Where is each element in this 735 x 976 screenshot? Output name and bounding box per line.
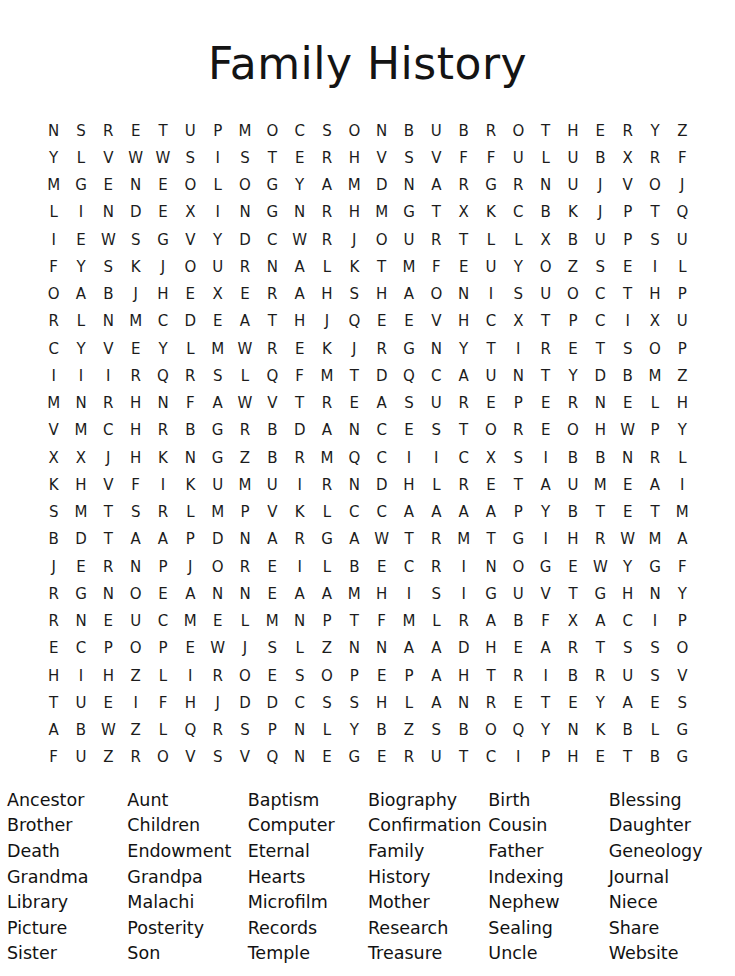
grid-cell[interactable]: D [231,226,258,253]
grid-cell[interactable]: J [341,335,368,362]
grid-cell[interactable]: B [614,362,641,389]
grid-cell[interactable]: L [423,608,450,635]
grid-cell[interactable]: Z [395,717,422,744]
grid-cell[interactable]: T [286,390,313,417]
grid-cell[interactable]: R [40,308,67,335]
grid-cell[interactable]: R [450,471,477,498]
grid-cell[interactable]: E [395,308,422,335]
grid-cell[interactable]: E [587,744,614,771]
grid-cell[interactable]: A [477,608,504,635]
grid-cell[interactable]: L [67,144,94,171]
grid-cell[interactable]: C [477,308,504,335]
grid-cell[interactable]: H [614,580,641,607]
grid-cell[interactable]: E [122,117,149,144]
grid-cell[interactable]: P [341,662,368,689]
grid-cell[interactable]: M [587,471,614,498]
grid-cell[interactable]: U [423,390,450,417]
grid-cell[interactable]: T [532,689,559,716]
grid-cell[interactable]: Z [313,635,340,662]
grid-cell[interactable]: A [313,417,340,444]
grid-cell[interactable]: I [532,662,559,689]
grid-cell[interactable]: C [423,362,450,389]
grid-cell[interactable]: A [149,526,176,553]
grid-cell[interactable]: I [177,662,204,689]
grid-cell[interactable]: P [231,499,258,526]
grid-cell[interactable]: R [259,281,286,308]
grid-cell[interactable]: K [313,335,340,362]
grid-cell[interactable]: N [259,253,286,280]
grid-cell[interactable]: S [587,253,614,280]
grid-cell[interactable]: U [614,662,641,689]
grid-cell[interactable]: M [122,308,149,335]
grid-cell[interactable]: A [669,526,696,553]
grid-cell[interactable]: S [286,662,313,689]
grid-cell[interactable]: C [259,226,286,253]
grid-cell[interactable]: O [559,417,586,444]
grid-cell[interactable]: G [532,553,559,580]
grid-cell[interactable]: R [95,390,122,417]
grid-cell[interactable]: R [477,689,504,716]
grid-cell[interactable]: N [231,199,258,226]
grid-cell[interactable]: Z [669,362,696,389]
grid-cell[interactable]: J [204,689,231,716]
grid-cell[interactable]: A [368,390,395,417]
grid-cell[interactable]: O [149,744,176,771]
grid-cell[interactable]: E [505,689,532,716]
grid-cell[interactable]: F [532,608,559,635]
grid-cell[interactable]: N [67,608,94,635]
grid-cell[interactable]: S [423,717,450,744]
grid-cell[interactable]: M [341,172,368,199]
grid-cell[interactable]: P [614,199,641,226]
grid-cell[interactable]: P [641,417,668,444]
grid-cell[interactable]: U [559,172,586,199]
grid-cell[interactable]: S [641,226,668,253]
grid-cell[interactable]: S [505,444,532,471]
grid-cell[interactable]: O [313,662,340,689]
grid-cell[interactable]: R [313,199,340,226]
grid-cell[interactable]: F [477,144,504,171]
grid-cell[interactable]: R [559,390,586,417]
grid-cell[interactable]: U [67,744,94,771]
grid-cell[interactable]: E [95,689,122,716]
grid-cell[interactable]: U [423,744,450,771]
grid-cell[interactable]: Z [559,253,586,280]
grid-cell[interactable]: M [204,499,231,526]
grid-cell[interactable]: V [614,172,641,199]
grid-cell[interactable]: D [368,362,395,389]
grid-cell[interactable]: Y [40,144,67,171]
grid-cell[interactable]: Y [286,172,313,199]
grid-cell[interactable]: E [559,335,586,362]
grid-cell[interactable]: M [40,172,67,199]
grid-cell[interactable]: B [559,499,586,526]
grid-cell[interactable]: P [614,226,641,253]
grid-cell[interactable]: Z [231,444,258,471]
grid-cell[interactable]: O [559,281,586,308]
grid-cell[interactable]: B [450,717,477,744]
grid-cell[interactable]: G [669,744,696,771]
grid-cell[interactable]: L [231,608,258,635]
grid-cell[interactable]: M [395,608,422,635]
grid-cell[interactable]: W [149,144,176,171]
grid-cell[interactable]: A [423,172,450,199]
grid-cell[interactable]: I [204,144,231,171]
grid-cell[interactable]: R [423,526,450,553]
grid-cell[interactable]: H [286,308,313,335]
grid-cell[interactable]: S [395,144,422,171]
grid-cell[interactable]: L [313,717,340,744]
grid-cell[interactable]: M [204,335,231,362]
grid-cell[interactable]: I [67,199,94,226]
grid-cell[interactable]: P [532,744,559,771]
grid-cell[interactable]: T [587,499,614,526]
grid-cell[interactable]: R [641,144,668,171]
grid-cell[interactable]: M [231,471,258,498]
grid-cell[interactable]: R [40,580,67,607]
grid-cell[interactable]: N [450,281,477,308]
grid-cell[interactable]: S [95,253,122,280]
grid-cell[interactable]: O [231,662,258,689]
grid-cell[interactable]: V [368,144,395,171]
grid-cell[interactable]: R [286,526,313,553]
grid-cell[interactable]: B [259,444,286,471]
grid-cell[interactable]: I [67,362,94,389]
grid-cell[interactable]: A [587,608,614,635]
grid-cell[interactable]: E [286,144,313,171]
grid-cell[interactable]: N [204,580,231,607]
grid-cell[interactable]: B [559,662,586,689]
grid-cell[interactable]: N [559,717,586,744]
grid-cell[interactable]: G [505,526,532,553]
grid-cell[interactable]: Y [559,362,586,389]
grid-cell[interactable]: G [67,172,94,199]
grid-cell[interactable]: U [532,281,559,308]
grid-cell[interactable]: N [286,717,313,744]
grid-cell[interactable]: L [532,144,559,171]
grid-cell[interactable]: H [149,281,176,308]
grid-cell[interactable]: M [669,499,696,526]
grid-cell[interactable]: T [450,744,477,771]
grid-cell[interactable]: N [231,580,258,607]
grid-cell[interactable]: S [177,144,204,171]
grid-cell[interactable]: B [559,444,586,471]
grid-cell[interactable]: C [614,608,641,635]
grid-cell[interactable]: B [177,417,204,444]
grid-cell[interactable]: T [423,199,450,226]
grid-cell[interactable]: K [477,199,504,226]
grid-cell[interactable]: B [614,717,641,744]
grid-cell[interactable]: I [505,335,532,362]
grid-cell[interactable]: B [641,744,668,771]
grid-cell[interactable]: E [532,417,559,444]
grid-cell[interactable]: R [40,608,67,635]
grid-cell[interactable]: T [641,199,668,226]
grid-cell[interactable]: J [95,444,122,471]
grid-cell[interactable]: Z [669,117,696,144]
grid-cell[interactable]: V [423,308,450,335]
grid-cell[interactable]: T [368,253,395,280]
grid-cell[interactable]: T [559,580,586,607]
grid-cell[interactable]: R [532,335,559,362]
grid-cell[interactable]: Q [177,717,204,744]
grid-cell[interactable]: V [95,144,122,171]
grid-cell[interactable]: E [614,390,641,417]
grid-cell[interactable]: V [532,580,559,607]
grid-cell[interactable]: C [149,608,176,635]
grid-cell[interactable]: B [395,117,422,144]
grid-cell[interactable]: I [40,226,67,253]
grid-cell[interactable]: F [286,362,313,389]
grid-cell[interactable]: S [231,717,258,744]
grid-cell[interactable]: L [395,689,422,716]
grid-cell[interactable]: Z [95,744,122,771]
grid-cell[interactable]: T [477,335,504,362]
grid-cell[interactable]: C [67,635,94,662]
grid-cell[interactable]: U [67,689,94,716]
grid-cell[interactable]: N [40,117,67,144]
grid-cell[interactable]: Q [341,308,368,335]
grid-cell[interactable]: U [177,117,204,144]
grid-cell[interactable]: U [477,253,504,280]
grid-cell[interactable]: N [95,308,122,335]
grid-cell[interactable]: R [559,635,586,662]
grid-cell[interactable]: X [477,444,504,471]
grid-cell[interactable]: B [67,717,94,744]
grid-cell[interactable]: L [204,172,231,199]
grid-cell[interactable]: U [204,253,231,280]
grid-cell[interactable]: G [341,744,368,771]
grid-cell[interactable]: X [641,308,668,335]
grid-cell[interactable]: P [95,635,122,662]
grid-cell[interactable]: R [259,335,286,362]
grid-cell[interactable]: O [669,635,696,662]
grid-cell[interactable]: X [67,444,94,471]
grid-cell[interactable]: R [477,117,504,144]
grid-cell[interactable]: S [231,144,258,171]
grid-cell[interactable]: E [231,281,258,308]
grid-cell[interactable]: R [95,553,122,580]
grid-cell[interactable]: V [95,471,122,498]
grid-cell[interactable]: R [122,744,149,771]
grid-cell[interactable]: J [122,281,149,308]
grid-cell[interactable]: L [231,362,258,389]
grid-cell[interactable]: O [177,253,204,280]
grid-cell[interactable]: N [341,635,368,662]
grid-cell[interactable]: J [40,553,67,580]
grid-cell[interactable]: A [395,499,422,526]
grid-cell[interactable]: O [477,717,504,744]
grid-cell[interactable]: T [450,417,477,444]
grid-cell[interactable]: E [614,471,641,498]
grid-cell[interactable]: E [149,172,176,199]
grid-cell[interactable]: H [95,662,122,689]
grid-cell[interactable]: G [395,199,422,226]
grid-cell[interactable]: N [532,172,559,199]
grid-cell[interactable]: R [204,717,231,744]
grid-cell[interactable]: A [423,635,450,662]
grid-cell[interactable]: W [614,526,641,553]
grid-cell[interactable]: A [286,580,313,607]
grid-cell[interactable]: I [286,553,313,580]
grid-cell[interactable]: C [341,499,368,526]
grid-cell[interactable]: I [40,362,67,389]
grid-cell[interactable]: L [641,390,668,417]
grid-cell[interactable]: Y [149,335,176,362]
grid-cell[interactable]: S [423,417,450,444]
grid-cell[interactable]: E [149,199,176,226]
grid-cell[interactable]: R [122,362,149,389]
grid-cell[interactable]: S [641,635,668,662]
grid-cell[interactable]: C [450,444,477,471]
grid-cell[interactable]: T [641,499,668,526]
grid-cell[interactable]: R [423,553,450,580]
grid-cell[interactable]: W [286,226,313,253]
grid-cell[interactable]: A [40,717,67,744]
grid-cell[interactable]: F [669,553,696,580]
grid-cell[interactable]: O [532,253,559,280]
grid-cell[interactable]: G [669,717,696,744]
grid-cell[interactable]: Y [641,117,668,144]
grid-cell[interactable]: E [641,689,668,716]
grid-cell[interactable]: M [641,526,668,553]
grid-cell[interactable]: H [341,199,368,226]
grid-cell[interactable]: T [532,362,559,389]
grid-cell[interactable]: T [259,144,286,171]
grid-cell[interactable]: N [95,199,122,226]
grid-cell[interactable]: S [313,117,340,144]
grid-cell[interactable]: G [149,226,176,253]
grid-cell[interactable]: E [95,608,122,635]
grid-cell[interactable]: T [532,117,559,144]
grid-cell[interactable]: F [149,689,176,716]
grid-cell[interactable]: M [40,390,67,417]
grid-cell[interactable]: E [368,553,395,580]
grid-cell[interactable]: G [477,580,504,607]
grid-cell[interactable]: G [259,172,286,199]
grid-cell[interactable]: B [559,226,586,253]
grid-cell[interactable]: C [40,335,67,362]
grid-cell[interactable]: I [641,253,668,280]
grid-cell[interactable]: I [450,580,477,607]
grid-cell[interactable]: L [423,471,450,498]
grid-cell[interactable]: G [204,417,231,444]
grid-cell[interactable]: T [395,526,422,553]
grid-cell[interactable]: E [95,172,122,199]
grid-cell[interactable]: O [341,117,368,144]
grid-cell[interactable]: R [368,335,395,362]
grid-cell[interactable]: A [313,580,340,607]
grid-cell[interactable]: T [341,362,368,389]
grid-cell[interactable]: Q [149,362,176,389]
grid-cell[interactable]: F [368,608,395,635]
grid-cell[interactable]: X [614,144,641,171]
grid-cell[interactable]: H [641,281,668,308]
grid-cell[interactable]: I [477,281,504,308]
grid-cell[interactable]: V [423,144,450,171]
grid-cell[interactable]: N [95,580,122,607]
grid-cell[interactable]: T [341,608,368,635]
grid-cell[interactable]: I [641,608,668,635]
grid-cell[interactable]: N [641,580,668,607]
grid-cell[interactable]: W [122,144,149,171]
grid-cell[interactable]: C [286,689,313,716]
grid-cell[interactable]: A [259,526,286,553]
grid-cell[interactable]: U [505,144,532,171]
grid-cell[interactable]: Y [67,335,94,362]
grid-cell[interactable]: E [259,662,286,689]
grid-cell[interactable]: R [313,390,340,417]
grid-cell[interactable]: E [67,553,94,580]
grid-cell[interactable]: E [40,635,67,662]
grid-cell[interactable]: K [149,444,176,471]
grid-cell[interactable]: M [368,199,395,226]
grid-cell[interactable]: U [423,117,450,144]
grid-cell[interactable]: C [95,417,122,444]
grid-cell[interactable]: I [95,362,122,389]
grid-cell[interactable]: A [286,253,313,280]
grid-cell[interactable]: N [614,444,641,471]
grid-cell[interactable]: H [395,471,422,498]
grid-cell[interactable]: R [641,444,668,471]
grid-cell[interactable]: T [477,526,504,553]
grid-cell[interactable]: U [122,608,149,635]
grid-cell[interactable]: P [505,390,532,417]
grid-cell[interactable]: H [559,526,586,553]
grid-cell[interactable]: I [204,199,231,226]
grid-cell[interactable]: P [505,499,532,526]
grid-cell[interactable]: E [559,689,586,716]
grid-cell[interactable]: I [450,553,477,580]
grid-cell[interactable]: B [450,117,477,144]
grid-cell[interactable]: S [423,580,450,607]
grid-cell[interactable]: R [231,553,258,580]
grid-cell[interactable]: O [231,172,258,199]
grid-cell[interactable]: E [505,635,532,662]
grid-cell[interactable]: Y [587,689,614,716]
grid-cell[interactable]: E [368,744,395,771]
grid-cell[interactable]: B [587,444,614,471]
grid-cell[interactable]: L [177,499,204,526]
grid-cell[interactable]: D [204,526,231,553]
grid-cell[interactable]: P [313,608,340,635]
grid-cell[interactable]: L [149,717,176,744]
grid-cell[interactable]: Y [67,253,94,280]
grid-cell[interactable]: T [259,308,286,335]
grid-cell[interactable]: S [204,744,231,771]
grid-cell[interactable]: M [341,580,368,607]
grid-cell[interactable]: R [313,226,340,253]
grid-cell[interactable]: M [231,117,258,144]
grid-cell[interactable]: P [669,281,696,308]
grid-cell[interactable]: Q [505,717,532,744]
grid-cell[interactable]: O [40,281,67,308]
grid-cell[interactable]: X [505,308,532,335]
grid-cell[interactable]: B [341,553,368,580]
grid-cell[interactable]: L [669,253,696,280]
grid-cell[interactable]: F [122,471,149,498]
grid-cell[interactable]: H [122,417,149,444]
grid-cell[interactable]: I [286,471,313,498]
grid-cell[interactable]: H [40,662,67,689]
grid-cell[interactable]: Z [122,662,149,689]
grid-cell[interactable]: N [341,471,368,498]
grid-cell[interactable]: A [341,526,368,553]
grid-cell[interactable]: S [67,117,94,144]
grid-cell[interactable]: P [177,526,204,553]
grid-cell[interactable]: X [532,226,559,253]
grid-cell[interactable]: B [587,144,614,171]
